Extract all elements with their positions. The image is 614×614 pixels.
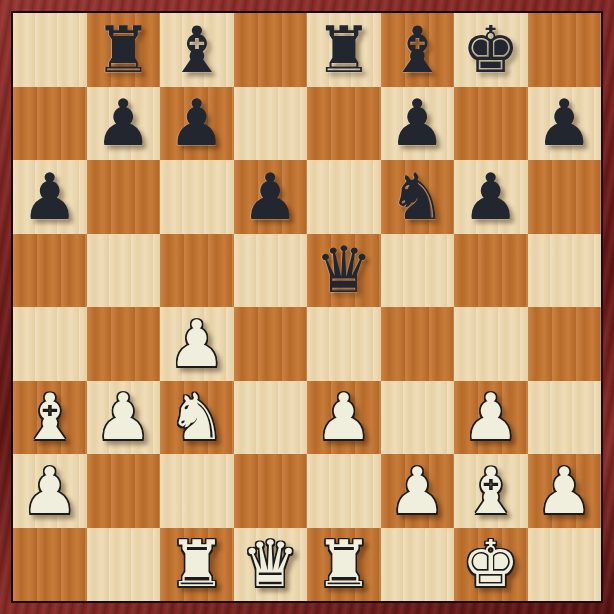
square-d2[interactable] xyxy=(234,454,308,528)
square-c2[interactable] xyxy=(160,454,234,528)
square-e7[interactable] xyxy=(307,87,381,161)
square-h2[interactable]: ♟ xyxy=(528,454,602,528)
square-c5[interactable] xyxy=(160,234,234,308)
square-h5[interactable] xyxy=(528,234,602,308)
chess-board: ♜♝♜♝♚♟♟♟♟♟♟♞♟♛♟♝♟♞♟♟♟♟♝♟♜♛♜♚ xyxy=(13,13,601,601)
piece-white-pawn[interactable]: ♟ xyxy=(536,459,593,523)
square-a6[interactable]: ♟ xyxy=(13,160,87,234)
piece-white-bishop[interactable]: ♝ xyxy=(462,459,519,523)
square-e1[interactable]: ♜ xyxy=(307,528,381,602)
piece-black-pawn[interactable]: ♟ xyxy=(536,91,593,155)
piece-black-pawn[interactable]: ♟ xyxy=(242,165,299,229)
square-f6[interactable]: ♞ xyxy=(381,160,455,234)
square-b3[interactable]: ♟ xyxy=(87,381,161,455)
square-g3[interactable]: ♟ xyxy=(454,381,528,455)
square-g8[interactable]: ♚ xyxy=(454,13,528,87)
square-h7[interactable]: ♟ xyxy=(528,87,602,161)
square-h1[interactable] xyxy=(528,528,602,602)
piece-black-pawn[interactable]: ♟ xyxy=(95,91,152,155)
square-h6[interactable] xyxy=(528,160,602,234)
piece-black-pawn[interactable]: ♟ xyxy=(462,165,519,229)
piece-white-pawn[interactable]: ♟ xyxy=(462,385,519,449)
square-h4[interactable] xyxy=(528,307,602,381)
piece-white-pawn[interactable]: ♟ xyxy=(168,312,225,376)
square-g2[interactable]: ♝ xyxy=(454,454,528,528)
square-h3[interactable] xyxy=(528,381,602,455)
square-a3[interactable]: ♝ xyxy=(13,381,87,455)
square-a4[interactable] xyxy=(13,307,87,381)
piece-white-rook[interactable]: ♜ xyxy=(315,532,372,596)
square-b6[interactable] xyxy=(87,160,161,234)
square-a7[interactable] xyxy=(13,87,87,161)
piece-black-knight[interactable]: ♞ xyxy=(389,165,446,229)
square-f1[interactable] xyxy=(381,528,455,602)
piece-black-bishop[interactable]: ♝ xyxy=(168,18,225,82)
square-b7[interactable]: ♟ xyxy=(87,87,161,161)
square-f2[interactable]: ♟ xyxy=(381,454,455,528)
square-c6[interactable] xyxy=(160,160,234,234)
piece-black-queen[interactable]: ♛ xyxy=(315,238,372,302)
square-c7[interactable]: ♟ xyxy=(160,87,234,161)
square-g1[interactable]: ♚ xyxy=(454,528,528,602)
square-e5[interactable]: ♛ xyxy=(307,234,381,308)
square-a2[interactable]: ♟ xyxy=(13,454,87,528)
square-f5[interactable] xyxy=(381,234,455,308)
square-h8[interactable] xyxy=(528,13,602,87)
piece-white-bishop[interactable]: ♝ xyxy=(21,385,78,449)
piece-white-pawn[interactable]: ♟ xyxy=(95,385,152,449)
piece-white-pawn[interactable]: ♟ xyxy=(315,385,372,449)
square-d3[interactable] xyxy=(234,381,308,455)
square-d1[interactable]: ♛ xyxy=(234,528,308,602)
square-c8[interactable]: ♝ xyxy=(160,13,234,87)
square-a8[interactable] xyxy=(13,13,87,87)
square-c4[interactable]: ♟ xyxy=(160,307,234,381)
square-f4[interactable] xyxy=(381,307,455,381)
piece-white-pawn[interactable]: ♟ xyxy=(389,459,446,523)
piece-black-bishop[interactable]: ♝ xyxy=(389,18,446,82)
square-b2[interactable] xyxy=(87,454,161,528)
square-f7[interactable]: ♟ xyxy=(381,87,455,161)
square-g5[interactable] xyxy=(454,234,528,308)
piece-black-rook[interactable]: ♜ xyxy=(315,18,372,82)
square-g6[interactable]: ♟ xyxy=(454,160,528,234)
square-g7[interactable] xyxy=(454,87,528,161)
piece-black-pawn[interactable]: ♟ xyxy=(389,91,446,155)
piece-black-rook[interactable]: ♜ xyxy=(95,18,152,82)
square-e3[interactable]: ♟ xyxy=(307,381,381,455)
square-c1[interactable]: ♜ xyxy=(160,528,234,602)
square-b8[interactable]: ♜ xyxy=(87,13,161,87)
square-a1[interactable] xyxy=(13,528,87,602)
piece-white-knight[interactable]: ♞ xyxy=(168,385,225,449)
square-d8[interactable] xyxy=(234,13,308,87)
square-d5[interactable] xyxy=(234,234,308,308)
square-e6[interactable] xyxy=(307,160,381,234)
square-e8[interactable]: ♜ xyxy=(307,13,381,87)
square-d4[interactable] xyxy=(234,307,308,381)
square-e4[interactable] xyxy=(307,307,381,381)
piece-white-queen[interactable]: ♛ xyxy=(242,532,299,596)
board-frame: ♜♝♜♝♚♟♟♟♟♟♟♞♟♛♟♝♟♞♟♟♟♟♝♟♜♛♜♚ xyxy=(0,0,614,614)
piece-white-king[interactable]: ♚ xyxy=(462,532,519,596)
piece-black-pawn[interactable]: ♟ xyxy=(168,91,225,155)
square-g4[interactable] xyxy=(454,307,528,381)
square-f8[interactable]: ♝ xyxy=(381,13,455,87)
piece-white-pawn[interactable]: ♟ xyxy=(21,459,78,523)
square-a5[interactable] xyxy=(13,234,87,308)
square-e2[interactable] xyxy=(307,454,381,528)
board-inner-border: ♜♝♜♝♚♟♟♟♟♟♟♞♟♛♟♝♟♞♟♟♟♟♝♟♜♛♜♚ xyxy=(11,11,603,603)
square-b5[interactable] xyxy=(87,234,161,308)
square-b4[interactable] xyxy=(87,307,161,381)
square-c3[interactable]: ♞ xyxy=(160,381,234,455)
square-d6[interactable]: ♟ xyxy=(234,160,308,234)
piece-black-pawn[interactable]: ♟ xyxy=(21,165,78,229)
square-b1[interactable] xyxy=(87,528,161,602)
piece-black-king[interactable]: ♚ xyxy=(462,18,519,82)
square-f3[interactable] xyxy=(381,381,455,455)
piece-white-rook[interactable]: ♜ xyxy=(168,532,225,596)
square-d7[interactable] xyxy=(234,87,308,161)
